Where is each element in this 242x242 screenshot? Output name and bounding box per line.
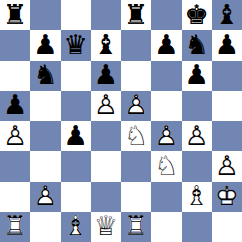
piece-black-pawn[interactable]: ♟ [94,61,118,88]
square-c4[interactable]: ♟ [61,121,91,151]
square-f2[interactable] [151,182,181,212]
square-e3[interactable] [121,151,151,181]
piece-white-rook[interactable]: ♜♖ [3,212,27,239]
piece-black-knight[interactable]: ♞ [33,61,57,88]
white-piece-outline: ♙ [94,91,118,118]
square-d6[interactable]: ♟ [91,61,121,91]
square-e4[interactable]: ♞♘ [121,121,151,151]
square-d2[interactable] [91,182,121,212]
square-e7[interactable] [121,30,151,60]
piece-white-bishop[interactable]: ♝♗ [64,212,88,239]
white-piece-outline: ♘ [154,152,178,179]
piece-white-pawn[interactable]: ♟♙ [94,91,118,118]
piece-black-pawn[interactable]: ♟ [33,31,57,58]
square-d8[interactable] [91,0,121,30]
piece-black-pawn[interactable]: ♟ [215,31,239,58]
square-b3[interactable] [30,151,60,181]
black-piece-glyph: ♟ [94,61,118,88]
white-piece-outline: ♗ [185,182,209,209]
white-piece-outline: ♖ [3,212,27,239]
piece-black-pawn[interactable]: ♟ [185,61,209,88]
white-piece-outline: ♙ [215,152,239,179]
square-h4[interactable] [212,121,242,151]
square-b1[interactable] [30,212,60,242]
square-e5[interactable]: ♟♙ [121,91,151,121]
square-a8[interactable]: ♜ [0,0,30,30]
black-piece-glyph: ♞ [185,31,209,58]
square-h7[interactable]: ♟ [212,30,242,60]
piece-black-king[interactable]: ♚ [185,1,209,28]
black-piece-glyph: ♟ [3,91,27,118]
square-b6[interactable]: ♞ [30,61,60,91]
piece-white-pawn[interactable]: ♟♙ [215,152,239,179]
square-f1[interactable] [151,212,181,242]
square-c7[interactable]: ♛ [61,30,91,60]
square-g2[interactable]: ♝♗ [182,182,212,212]
black-piece-glyph: ♜ [124,1,148,28]
square-e1[interactable]: ♜♖ [121,212,151,242]
square-e2[interactable] [121,182,151,212]
square-h1[interactable] [212,212,242,242]
square-f6[interactable] [151,61,181,91]
piece-white-pawn[interactable]: ♟♙ [154,122,178,149]
piece-black-pawn[interactable]: ♟ [154,31,178,58]
piece-white-knight[interactable]: ♞♘ [124,122,148,149]
square-g8[interactable]: ♚ [182,0,212,30]
piece-black-rook[interactable]: ♜ [124,1,148,28]
black-piece-glyph: ♝ [215,1,239,28]
white-piece-outline: ♙ [185,122,209,149]
piece-black-bishop[interactable]: ♝ [215,1,239,28]
square-h6[interactable] [212,61,242,91]
piece-white-bishop[interactable]: ♝♗ [185,182,209,209]
piece-white-pawn[interactable]: ♟♙ [124,91,148,118]
piece-white-pawn[interactable]: ♟♙ [33,182,57,209]
square-c5[interactable] [61,91,91,121]
square-h8[interactable]: ♝ [212,0,242,30]
square-d3[interactable] [91,151,121,181]
white-piece-outline: ♙ [124,91,148,118]
square-g5[interactable] [182,91,212,121]
white-piece-outline: ♙ [33,182,57,209]
square-h2[interactable]: ♚♔ [212,182,242,212]
piece-black-pawn[interactable]: ♟ [64,122,88,149]
white-piece-outline: ♘ [124,122,148,149]
square-a4[interactable]: ♟♙ [0,121,30,151]
square-a3[interactable] [0,151,30,181]
piece-white-queen[interactable]: ♛♕ [94,212,118,239]
piece-black-knight[interactable]: ♞ [185,31,209,58]
square-f8[interactable] [151,0,181,30]
black-piece-glyph: ♟ [33,31,57,58]
black-piece-glyph: ♟ [64,122,88,149]
square-a7[interactable] [0,30,30,60]
square-g1[interactable] [182,212,212,242]
black-piece-glyph: ♟ [215,31,239,58]
black-piece-glyph: ♚ [185,1,209,28]
square-h5[interactable] [212,91,242,121]
piece-white-pawn[interactable]: ♟♙ [185,122,209,149]
piece-white-pawn[interactable]: ♟♙ [3,122,27,149]
piece-black-pawn[interactable]: ♟ [3,91,27,118]
square-c8[interactable] [61,0,91,30]
piece-white-rook[interactable]: ♜♖ [124,212,148,239]
square-e8[interactable]: ♜ [121,0,151,30]
square-d7[interactable]: ♝ [91,30,121,60]
black-piece-glyph: ♜ [3,1,27,28]
piece-white-knight[interactable]: ♞♘ [154,152,178,179]
square-c2[interactable] [61,182,91,212]
square-c6[interactable] [61,61,91,91]
square-g4[interactable]: ♟♙ [182,121,212,151]
square-d5[interactable]: ♟♙ [91,91,121,121]
black-piece-glyph: ♞ [33,61,57,88]
square-c1[interactable]: ♝♗ [61,212,91,242]
black-piece-glyph: ♝ [94,31,118,58]
square-b4[interactable] [30,121,60,151]
square-b5[interactable] [30,91,60,121]
white-piece-outline: ♙ [3,122,27,149]
square-a6[interactable] [0,61,30,91]
square-a5[interactable]: ♟ [0,91,30,121]
black-piece-glyph: ♛ [64,31,88,58]
square-f4[interactable]: ♟♙ [151,121,181,151]
square-b2[interactable]: ♟♙ [30,182,60,212]
piece-black-queen[interactable]: ♛ [64,31,88,58]
white-piece-outline: ♙ [154,122,178,149]
square-e6[interactable] [121,61,151,91]
piece-white-king[interactable]: ♚♔ [215,182,239,209]
square-f3[interactable]: ♞♘ [151,151,181,181]
white-piece-outline: ♔ [215,182,239,209]
chess-board: ♜♜♚♝♟♛♝♟♞♟♞♟♟♟♟♙♟♙♟♙♟♞♘♟♙♟♙♞♘♟♙♟♙♝♗♚♔♜♖♝… [0,0,242,242]
black-piece-glyph: ♟ [185,61,209,88]
square-a1[interactable]: ♜♖ [0,212,30,242]
white-piece-outline: ♗ [64,212,88,239]
square-g3[interactable] [182,151,212,181]
square-d4[interactable] [91,121,121,151]
square-b7[interactable]: ♟ [30,30,60,60]
square-a2[interactable] [0,182,30,212]
square-d1[interactable]: ♛♕ [91,212,121,242]
square-c3[interactable] [61,151,91,181]
white-piece-outline: ♕ [94,212,118,239]
square-g7[interactable]: ♞ [182,30,212,60]
square-f5[interactable] [151,91,181,121]
piece-black-rook[interactable]: ♜ [3,1,27,28]
square-g6[interactable]: ♟ [182,61,212,91]
square-f7[interactable]: ♟ [151,30,181,60]
piece-black-bishop[interactable]: ♝ [94,31,118,58]
white-piece-outline: ♖ [124,212,148,239]
square-h3[interactable]: ♟♙ [212,151,242,181]
square-b8[interactable] [30,0,60,30]
black-piece-glyph: ♟ [154,31,178,58]
